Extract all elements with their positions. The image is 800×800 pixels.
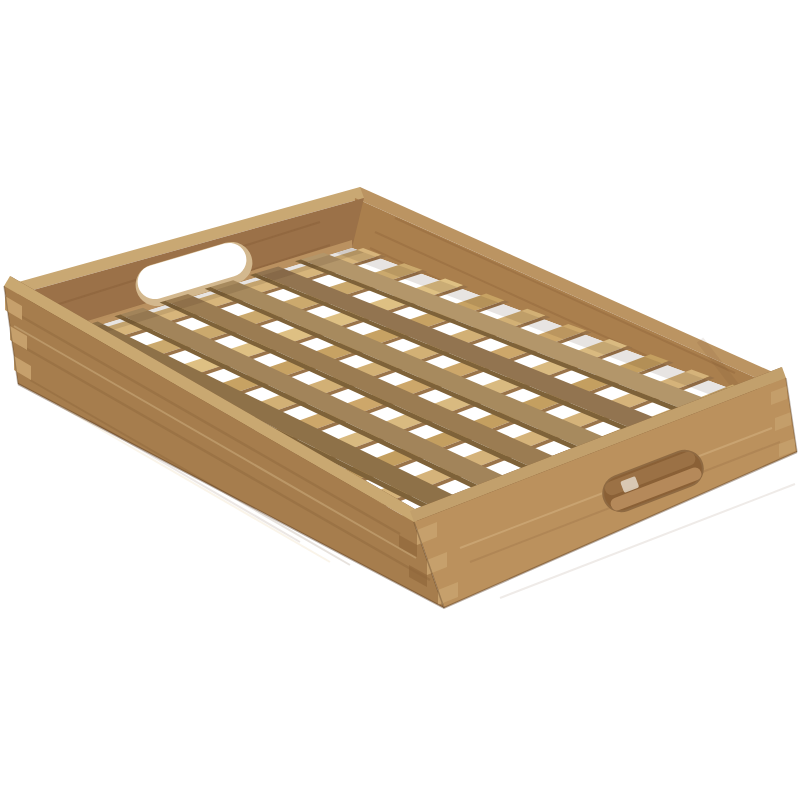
tray-photo — [0, 0, 800, 800]
product-photo-canvas — [0, 0, 800, 800]
